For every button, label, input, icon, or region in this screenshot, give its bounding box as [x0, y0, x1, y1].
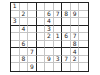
- cell-r3c8[interactable]: [71, 18, 80, 26]
- cell-r7c7[interactable]: [62, 48, 71, 56]
- cell-r6c4[interactable]: [37, 41, 46, 49]
- cell-r5c7[interactable]: 6: [62, 33, 71, 41]
- cell-r1c5[interactable]: [45, 3, 54, 11]
- cell-r7c4[interactable]: [37, 48, 46, 56]
- cell-r1c1[interactable]: 1: [11, 3, 20, 11]
- cell-r5c9[interactable]: [79, 33, 88, 41]
- cell-r3c7[interactable]: [62, 18, 71, 26]
- cell-r8c7[interactable]: 7: [62, 56, 71, 64]
- cell-r1c4[interactable]: [37, 3, 46, 11]
- cell-r5c5[interactable]: 2: [45, 33, 54, 41]
- cell-r8c3[interactable]: [28, 56, 37, 64]
- cell-r8c9[interactable]: [79, 56, 88, 64]
- cell-r4c6[interactable]: [54, 26, 63, 34]
- cell-r3c1[interactable]: 3: [11, 18, 20, 26]
- cell-r4c3[interactable]: [28, 26, 37, 34]
- cell-r9c5[interactable]: [45, 63, 54, 71]
- cell-r2c9[interactable]: [79, 11, 88, 19]
- cell-r9c6[interactable]: [54, 63, 63, 71]
- cell-r1c3[interactable]: [28, 3, 37, 11]
- cell-r7c8[interactable]: 4: [71, 48, 80, 56]
- cell-r4c8[interactable]: [71, 26, 80, 34]
- cell-r2c7[interactable]: 8: [62, 11, 71, 19]
- cell-r5c4[interactable]: [37, 33, 46, 41]
- cell-r2c1[interactable]: [11, 11, 20, 19]
- cell-r9c8[interactable]: [71, 63, 80, 71]
- cell-r4c7[interactable]: [62, 26, 71, 34]
- cell-r3c6[interactable]: [54, 18, 63, 26]
- cell-r6c6[interactable]: [54, 41, 63, 49]
- cell-r7c9[interactable]: [79, 48, 88, 56]
- cell-r8c1[interactable]: [11, 56, 20, 64]
- cell-r7c1[interactable]: [11, 48, 20, 56]
- cell-r6c9[interactable]: [79, 41, 88, 49]
- cell-r8c5[interactable]: 9: [45, 56, 54, 64]
- cell-r7c3[interactable]: 7: [28, 48, 37, 56]
- cell-r5c3[interactable]: [28, 33, 37, 41]
- cell-r3c2[interactable]: [20, 18, 29, 26]
- cell-r2c8[interactable]: 9: [71, 11, 80, 19]
- cell-r2c6[interactable]: 7: [54, 11, 63, 19]
- cell-r1c6[interactable]: [54, 3, 63, 11]
- cell-r9c3[interactable]: 9: [28, 63, 37, 71]
- cell-r1c7[interactable]: [62, 3, 71, 11]
- cell-r4c1[interactable]: [11, 26, 20, 34]
- cell-r2c4[interactable]: [37, 11, 46, 19]
- cell-r9c1[interactable]: [11, 63, 20, 71]
- cell-r7c2[interactable]: [20, 48, 29, 56]
- cell-r9c9[interactable]: [79, 63, 88, 71]
- cell-r3c5[interactable]: 4: [45, 18, 54, 26]
- cell-r9c2[interactable]: [20, 63, 29, 71]
- cell-r4c5[interactable]: 3: [45, 26, 54, 34]
- cell-r1c9[interactable]: [79, 3, 88, 11]
- cell-r6c5[interactable]: [45, 41, 54, 49]
- cell-r2c3[interactable]: [28, 11, 37, 19]
- cell-r4c2[interactable]: 4: [20, 26, 29, 34]
- cell-r1c8[interactable]: [71, 3, 80, 11]
- cell-r4c9[interactable]: [79, 26, 88, 34]
- cell-r3c3[interactable]: [28, 18, 37, 26]
- cell-r8c4[interactable]: [37, 56, 46, 64]
- cell-r8c2[interactable]: 8: [20, 56, 29, 64]
- cell-r5c8[interactable]: 7: [71, 33, 80, 41]
- cell-r2c5[interactable]: 6: [45, 11, 54, 19]
- cell-r1c2[interactable]: [20, 3, 29, 11]
- cell-r6c8[interactable]: 8: [71, 41, 80, 49]
- cell-r6c3[interactable]: [28, 41, 37, 49]
- cell-r5c2[interactable]: [20, 33, 29, 41]
- cell-r4c4[interactable]: [37, 26, 46, 34]
- cell-r6c2[interactable]: 6: [20, 41, 29, 49]
- cell-r5c1[interactable]: [11, 33, 20, 41]
- cell-r3c9[interactable]: [79, 18, 88, 26]
- cell-r2c2[interactable]: 2: [20, 11, 29, 19]
- cell-r6c1[interactable]: [11, 41, 20, 49]
- cell-r8c8[interactable]: 2: [71, 56, 80, 64]
- cell-r7c6[interactable]: [54, 48, 63, 56]
- cell-r9c4[interactable]: [37, 63, 46, 71]
- cell-r9c7[interactable]: [62, 63, 71, 71]
- sudoku-board: 126789344321676874893729: [10, 2, 89, 72]
- cell-r8c6[interactable]: 3: [54, 56, 63, 64]
- cell-r3c4[interactable]: [37, 18, 46, 26]
- cell-r5c6[interactable]: 1: [54, 33, 63, 41]
- cell-r7c5[interactable]: [45, 48, 54, 56]
- cell-r6c7[interactable]: [62, 41, 71, 49]
